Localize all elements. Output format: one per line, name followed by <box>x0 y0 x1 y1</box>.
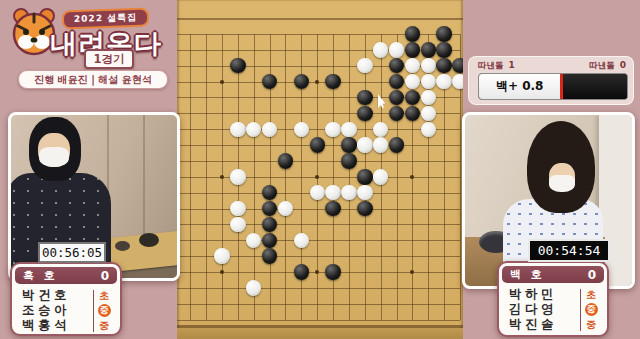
black-stone <box>357 106 372 121</box>
player-row: 박건호 초 <box>22 288 116 303</box>
player-name: 백홍석 <box>22 317 86 334</box>
white-stone <box>405 58 420 73</box>
player-row: 백홍석 중 <box>22 318 116 333</box>
board-top-edge <box>177 18 463 20</box>
white-stone <box>373 122 388 137</box>
grid-line-horizontal <box>177 304 460 305</box>
player-name: 박진솔 <box>509 316 573 333</box>
white-stone <box>230 217 245 232</box>
white-stone <box>357 185 372 200</box>
white-stone <box>230 122 245 137</box>
black-stone <box>262 74 277 89</box>
white-stone <box>421 90 436 105</box>
black-stone <box>389 90 404 105</box>
crew-caption: 진행 배윤진 | 해설 윤현석 <box>18 70 168 89</box>
white-stone <box>294 122 309 137</box>
black-stone <box>452 58 463 73</box>
white-stone <box>373 42 388 57</box>
black-stone <box>341 153 356 168</box>
black-stone <box>262 201 277 216</box>
black-stone <box>294 264 309 279</box>
white-stone <box>246 233 261 248</box>
board-bottom-face <box>177 328 463 339</box>
black-stone <box>325 264 340 279</box>
star-point <box>410 270 414 274</box>
player-row: 조승아 중 <box>22 303 116 318</box>
rank-badge: 초 <box>579 288 603 302</box>
white-stone <box>230 201 245 216</box>
white-stone <box>214 248 229 263</box>
black-segment <box>563 74 627 99</box>
black-stone <box>389 106 404 121</box>
star-point <box>315 175 319 179</box>
black-stone <box>294 74 309 89</box>
star-point <box>315 80 319 84</box>
black-stone <box>278 153 293 168</box>
go-bowl <box>139 233 159 247</box>
black-team-name: 흑 호 <box>23 268 58 283</box>
white-team-clock: 00:54:54 <box>528 239 610 262</box>
white-stone <box>278 201 293 216</box>
left-player-mask <box>39 147 69 167</box>
grid-line-horizontal <box>177 240 460 241</box>
black-stone <box>325 74 340 89</box>
rank-badge: 중 <box>92 319 116 333</box>
background-doorframe <box>107 115 145 235</box>
white-team-name: 백 호 <box>510 267 545 282</box>
white-stone <box>246 280 261 295</box>
player-row: 김다영 중 <box>509 302 603 317</box>
star-point <box>315 270 319 274</box>
black-stone <box>262 233 277 248</box>
white-stone <box>341 122 356 137</box>
captures-black: 따낸돌1 <box>478 60 515 72</box>
go-bowl-lid <box>115 241 130 251</box>
black-stone <box>421 42 436 57</box>
black-stone <box>405 26 420 41</box>
black-stone <box>389 74 404 89</box>
black-stone <box>230 58 245 73</box>
grid-line-horizontal <box>177 224 460 225</box>
white-stone <box>357 58 372 73</box>
white-stone <box>357 137 372 152</box>
white-stone <box>436 74 451 89</box>
white-stone <box>421 106 436 121</box>
white-team-card: 백 호 0 박하민 초 김다영 중 박진솔 중 <box>497 261 609 337</box>
black-stone <box>325 201 340 216</box>
star-point <box>220 175 224 179</box>
divider <box>580 289 582 331</box>
white-lead-segment: 백+ 0.8 <box>479 74 560 99</box>
white-stone <box>341 185 356 200</box>
black-stone <box>405 106 420 121</box>
star-point <box>220 80 224 84</box>
white-stone <box>405 74 420 89</box>
black-stone <box>405 42 420 57</box>
black-stone <box>310 137 325 152</box>
lead-label: 백+ 0.8 <box>496 78 544 95</box>
player-row: 박하민 초 <box>509 287 603 302</box>
grid-line-horizontal <box>177 209 460 210</box>
rank-badge: 초 <box>92 289 116 303</box>
rank-badge: 중 <box>579 318 603 332</box>
white-stone <box>421 58 436 73</box>
black-stone <box>357 201 372 216</box>
black-stone <box>341 137 356 152</box>
black-stone <box>357 169 372 184</box>
grid-line-horizontal <box>177 288 460 289</box>
rank-badge: 중 <box>579 303 603 316</box>
mouse-cursor-icon <box>378 94 389 109</box>
grid-line-horizontal <box>177 161 460 162</box>
white-stone <box>294 233 309 248</box>
rank-badge: 중 <box>92 304 116 317</box>
player-row: 박진솔 중 <box>509 317 603 332</box>
star-point <box>410 175 414 179</box>
ai-score-panel: 따낸돌1 따낸돌0 백+ 0.8 <box>468 56 634 105</box>
black-stone <box>262 217 277 232</box>
win-rate-bar: 백+ 0.8 <box>478 73 628 100</box>
black-team-clock: 00:56:05 <box>38 242 106 263</box>
divider <box>93 290 95 332</box>
white-stone <box>230 169 245 184</box>
grid-line-horizontal <box>177 320 460 321</box>
black-stone <box>389 58 404 73</box>
broadcast-frame: 2022 설특집 내려온다 1경기 진행 배윤진 | 해설 윤현석 따낸돌1 따… <box>0 0 640 339</box>
black-stone <box>389 137 404 152</box>
white-stone <box>421 74 436 89</box>
white-stone <box>373 169 388 184</box>
black-stone <box>405 90 420 105</box>
white-stone <box>310 185 325 200</box>
go-board[interactable] <box>177 0 463 339</box>
grid-line-horizontal <box>177 129 460 130</box>
white-team-score: 0 <box>588 268 596 282</box>
black-team-card: 흑 호 0 박건호 초 조승아 중 백홍석 중 <box>10 262 122 336</box>
black-stone <box>262 185 277 200</box>
white-stone <box>262 122 277 137</box>
white-stone <box>389 42 404 57</box>
black-stone <box>436 26 451 41</box>
white-stone <box>421 122 436 137</box>
star-point <box>220 270 224 274</box>
black-stone <box>357 90 372 105</box>
black-stone <box>436 42 451 57</box>
black-stone <box>262 248 277 263</box>
black-stone <box>436 58 451 73</box>
white-stone <box>325 122 340 137</box>
white-stone <box>373 137 388 152</box>
white-stone <box>246 122 261 137</box>
right-player-mask <box>549 175 575 192</box>
grid-line-vertical <box>349 34 350 320</box>
white-stone <box>452 74 463 89</box>
match-number-badge: 1경기 <box>84 49 134 69</box>
captures-white: 따낸돌0 <box>589 60 626 72</box>
black-team-score: 0 <box>101 269 109 283</box>
black-team-header: 흑 호 0 <box>15 267 117 284</box>
white-stone <box>325 185 340 200</box>
white-team-header: 백 호 0 <box>502 266 604 283</box>
